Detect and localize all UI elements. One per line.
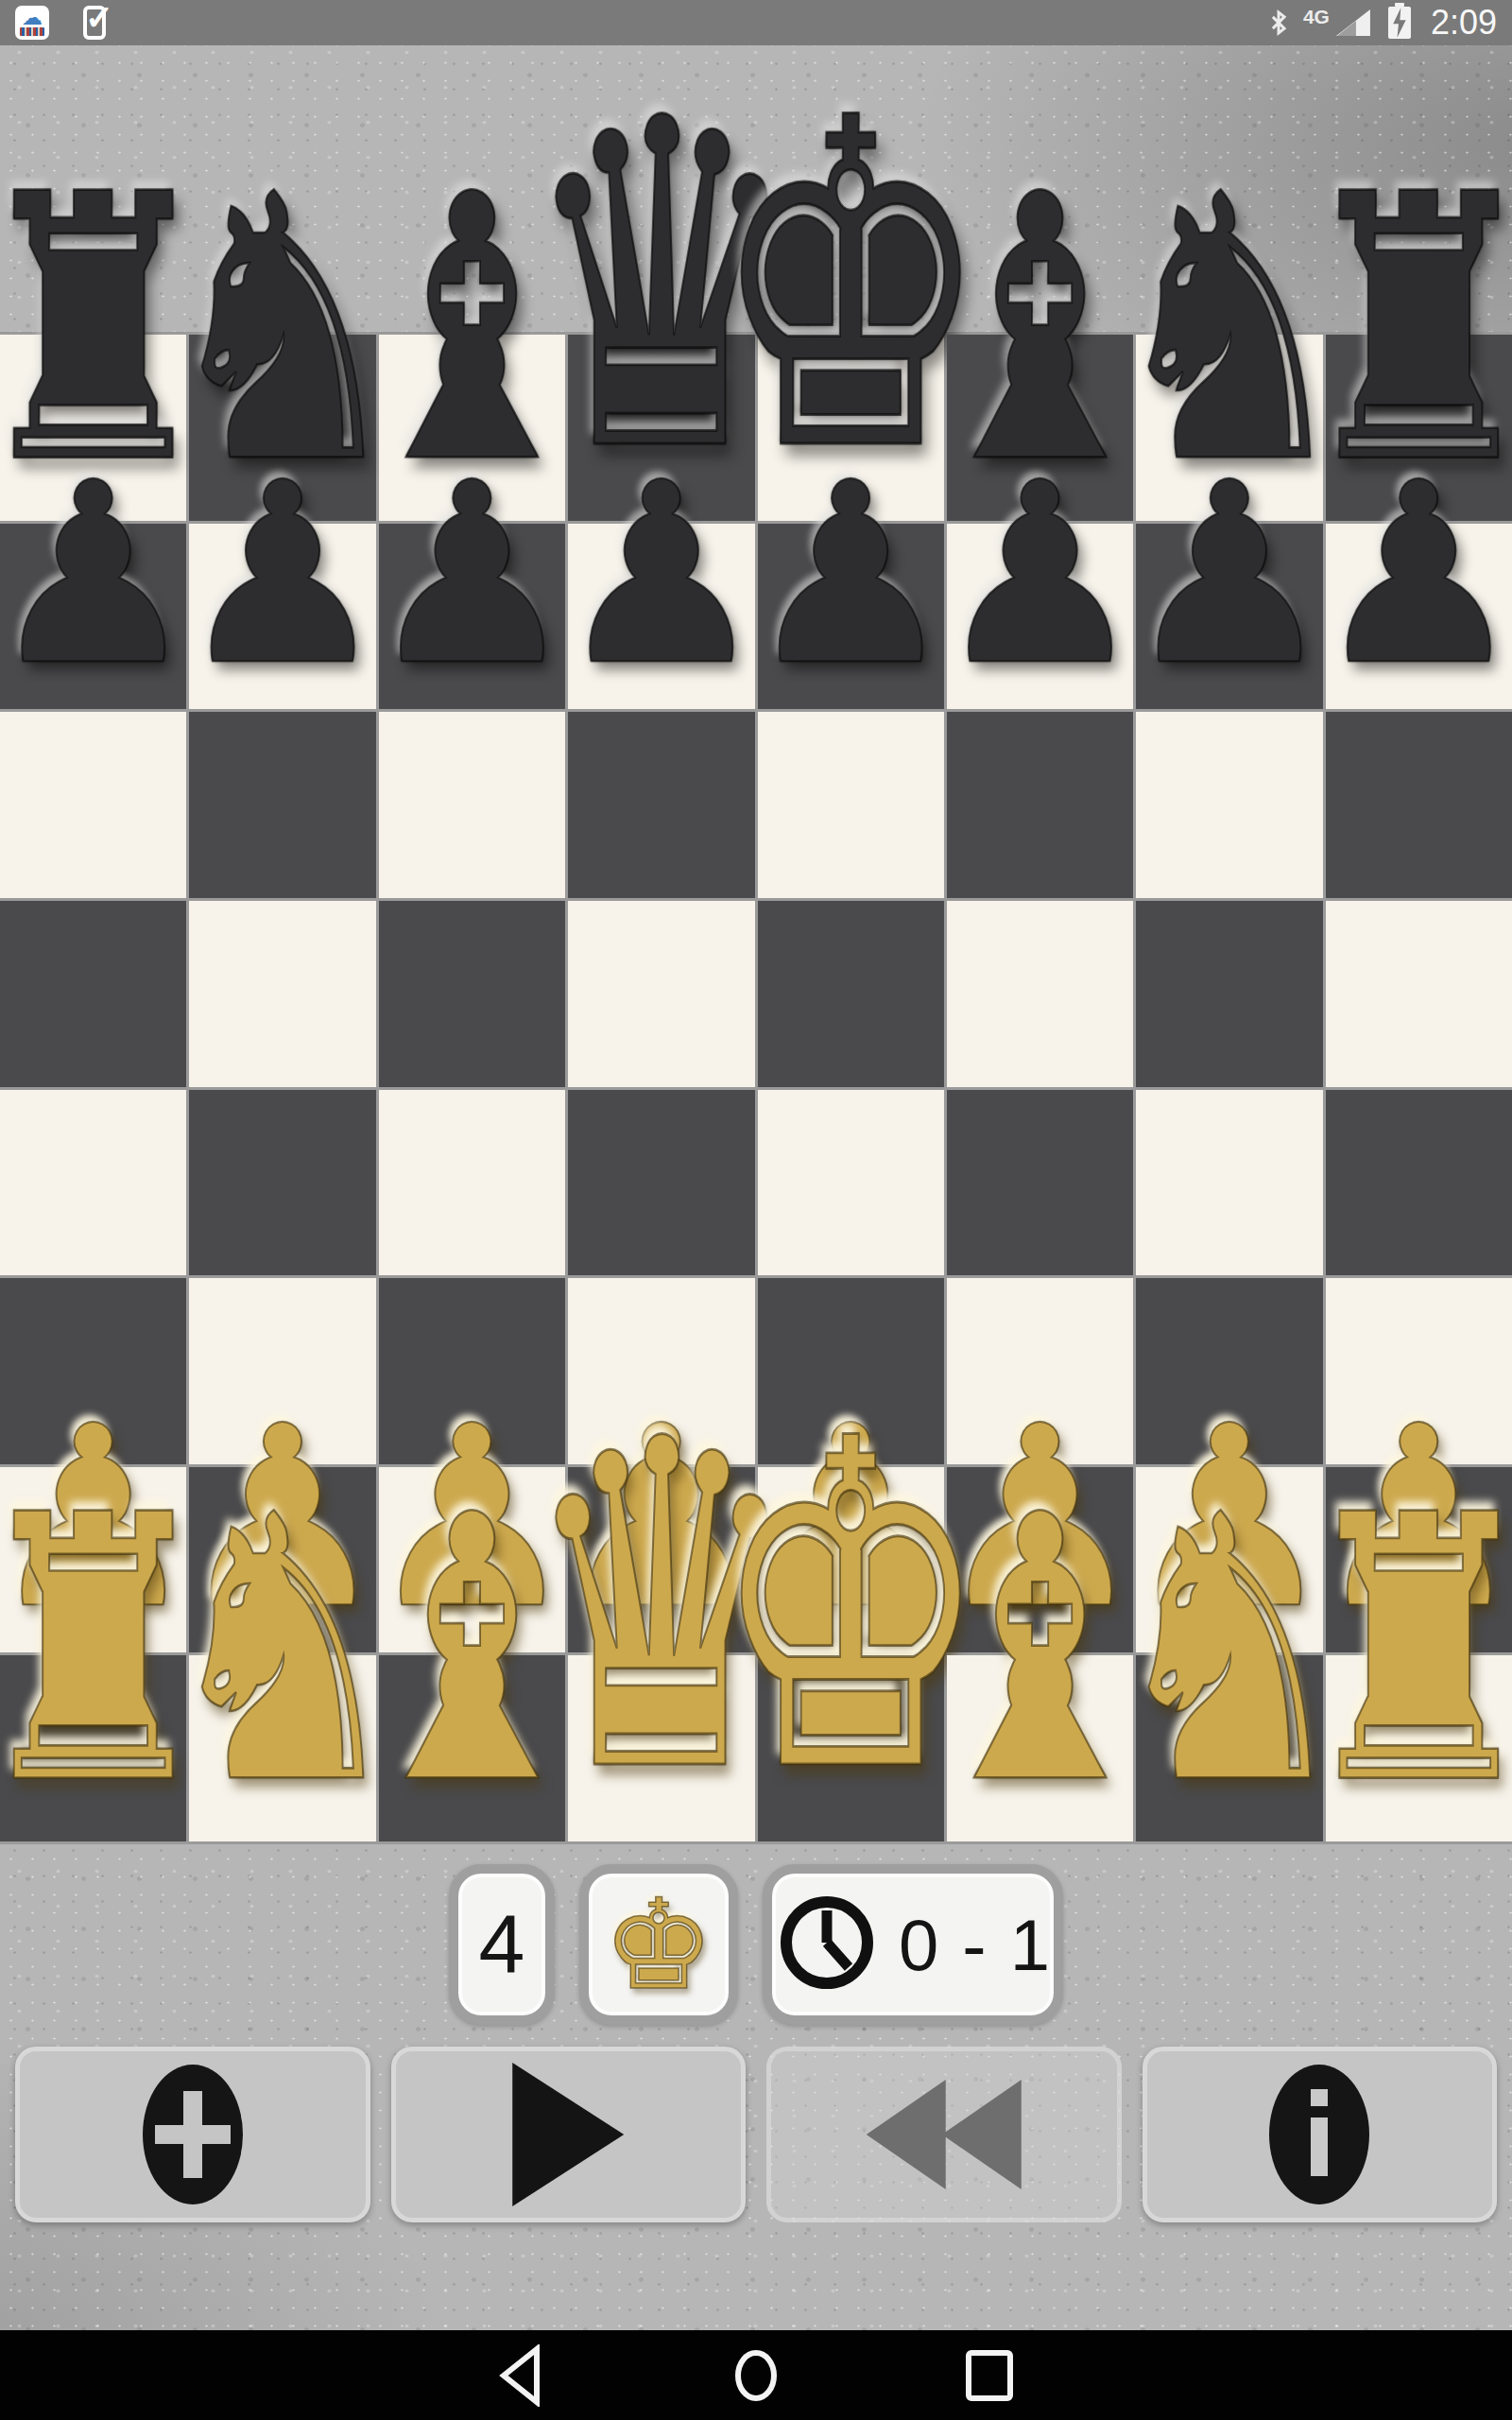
notification-icons: ☁ ✓ bbox=[15, 6, 106, 40]
square-f4[interactable] bbox=[947, 1090, 1133, 1276]
check-glyph: ✓ bbox=[85, 0, 113, 38]
square-h5[interactable] bbox=[1326, 901, 1512, 1087]
square-d6[interactable] bbox=[568, 712, 754, 898]
square-c4[interactable] bbox=[379, 1090, 565, 1276]
piece-black-pawn[interactable]: ♟ bbox=[0, 450, 200, 700]
square-b5[interactable] bbox=[189, 901, 375, 1087]
piece-black-pawn[interactable]: ♟ bbox=[365, 450, 578, 700]
recents-button[interactable] bbox=[962, 2344, 1017, 2407]
clock-icon bbox=[774, 1890, 880, 1999]
piece-black-pawn[interactable]: ♟ bbox=[176, 450, 389, 700]
square-e5[interactable] bbox=[758, 901, 944, 1087]
piece-white-rook[interactable]: ♜ bbox=[1293, 1468, 1512, 1834]
info-button[interactable] bbox=[1143, 2047, 1498, 2222]
square-a7[interactable]: ♟ bbox=[0, 524, 186, 710]
square-b4[interactable] bbox=[189, 1090, 375, 1276]
side-to-move-button[interactable]: ♚ bbox=[579, 1864, 738, 2025]
square-f7[interactable]: ♟ bbox=[947, 524, 1133, 710]
square-h7[interactable]: ♟ bbox=[1326, 524, 1512, 710]
home-button[interactable] bbox=[731, 2344, 781, 2407]
square-h6[interactable] bbox=[1326, 712, 1512, 898]
square-e7[interactable]: ♟ bbox=[758, 524, 944, 710]
square-e4[interactable] bbox=[758, 1090, 944, 1276]
square-c6[interactable] bbox=[379, 712, 565, 898]
square-b7[interactable]: ♟ bbox=[189, 524, 375, 710]
system-status-icons: 4G 2:09 bbox=[1268, 3, 1497, 43]
square-b6[interactable] bbox=[189, 712, 375, 898]
rewind-icon bbox=[867, 2080, 1022, 2189]
piece-black-pawn[interactable]: ♟ bbox=[555, 450, 768, 700]
play-button[interactable] bbox=[391, 2047, 747, 2222]
square-f5[interactable] bbox=[947, 901, 1133, 1087]
new-game-button[interactable] bbox=[15, 2047, 370, 2222]
square-d5[interactable] bbox=[568, 901, 754, 1087]
back-button[interactable] bbox=[495, 2344, 550, 2407]
piece-black-pawn[interactable]: ♟ bbox=[1123, 450, 1336, 700]
battery-charging-icon bbox=[1388, 7, 1411, 39]
square-a6[interactable] bbox=[0, 712, 186, 898]
square-g5[interactable] bbox=[1136, 901, 1322, 1087]
chess-board[interactable]: ♜♞♝♛♚♝♞♜♟♟♟♟♟♟♟♟♟♟♟♟♟♟♟♟♜♞♝♛♚♝♞♜ bbox=[0, 332, 1512, 1844]
info-icon bbox=[1269, 2065, 1369, 2204]
info-bar: 4 ♚ 0 - 1 bbox=[0, 1864, 1512, 2025]
square-e6[interactable] bbox=[758, 712, 944, 898]
score-button[interactable]: 0 - 1 bbox=[763, 1864, 1063, 2025]
app-icon-grid bbox=[20, 27, 44, 36]
navigation-bar bbox=[0, 2330, 1512, 2420]
status-time: 2:09 bbox=[1431, 3, 1497, 43]
level-value: 4 bbox=[479, 1896, 525, 1993]
action-bar bbox=[0, 2047, 1512, 2222]
square-c5[interactable] bbox=[379, 901, 565, 1087]
score-value: 0 - 1 bbox=[899, 1904, 1052, 1986]
piece-black-pawn[interactable]: ♟ bbox=[744, 450, 957, 700]
device-check-icon: ✓ bbox=[83, 6, 106, 40]
app-screen: ☁ ✓ 4G 2:09 ♜♞♝♛♚♝♞♜♟♟♟♟♟♟♟♟♟♟♟♟♟♟♟♟♜♞♝♛… bbox=[0, 0, 1512, 2420]
square-g6[interactable] bbox=[1136, 712, 1322, 898]
square-h4[interactable] bbox=[1326, 1090, 1512, 1276]
white-king-icon: ♚ bbox=[603, 1882, 714, 2007]
square-f6[interactable] bbox=[947, 712, 1133, 898]
rewind-button[interactable] bbox=[766, 2047, 1122, 2222]
square-g4[interactable] bbox=[1136, 1090, 1322, 1276]
square-d4[interactable] bbox=[568, 1090, 754, 1276]
square-a5[interactable] bbox=[0, 901, 186, 1087]
piece-black-pawn[interactable]: ♟ bbox=[1312, 450, 1512, 700]
square-d7[interactable]: ♟ bbox=[568, 524, 754, 710]
square-a4[interactable] bbox=[0, 1090, 186, 1276]
network-type-label: 4G bbox=[1303, 6, 1330, 28]
cloud-glyph: ☁ bbox=[22, 9, 43, 26]
piece-black-pawn[interactable]: ♟ bbox=[934, 450, 1147, 700]
signal-strength-icon bbox=[1336, 9, 1370, 36]
bluetooth-icon bbox=[1268, 9, 1289, 37]
level-button[interactable]: 4 bbox=[449, 1864, 555, 2025]
square-h1[interactable]: ♜ bbox=[1326, 1655, 1512, 1841]
plus-icon bbox=[143, 2065, 243, 2204]
play-icon bbox=[512, 2063, 624, 2206]
square-g7[interactable]: ♟ bbox=[1136, 524, 1322, 710]
cloud-app-icon: ☁ bbox=[15, 6, 49, 40]
square-c7[interactable]: ♟ bbox=[379, 524, 565, 710]
